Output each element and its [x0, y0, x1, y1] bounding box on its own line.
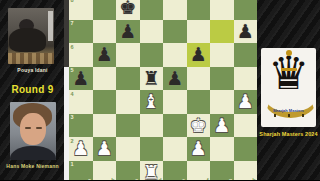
- square-b4: [93, 90, 117, 114]
- rank-label-1: 1: [71, 162, 74, 168]
- piece-white-pawn: ♟: [210, 114, 234, 138]
- rank-label-2: 2: [71, 139, 74, 145]
- rank-label-8: 8: [71, 0, 74, 3]
- square-a3: 3: [69, 114, 93, 138]
- square-e8: [163, 0, 187, 20]
- square-h4: ♟: [234, 90, 258, 114]
- file-label-d: d: [158, 178, 161, 181]
- square-e5: ♟: [163, 67, 187, 91]
- square-b1: b: [93, 161, 117, 181]
- player-photo-bottom: [10, 102, 56, 160]
- chess-board: 8♚7♟♟6♟♟5♟♜♟4♝♟3♚♟2♟♟♟1abcd♜efgh: [69, 0, 257, 180]
- square-a2: 2♟: [69, 137, 93, 161]
- photo-chessboard-blur: [8, 53, 54, 64]
- square-a7: 7: [69, 20, 93, 44]
- tournament-card: ♛ Sharjah Masters: [261, 48, 316, 127]
- piece-white-king: ♚: [187, 114, 211, 138]
- piece-black-pawn: ♟: [163, 67, 187, 91]
- piece-black-pawn: ♟: [234, 20, 258, 44]
- square-d5: ♜: [140, 67, 164, 91]
- photo-backdrop: [48, 11, 53, 41]
- piece-white-bishop: ♝: [140, 90, 164, 114]
- file-label-a: a: [88, 178, 91, 181]
- square-a5: 5♟: [69, 67, 93, 91]
- square-e3: [163, 114, 187, 138]
- square-h5: [234, 67, 258, 91]
- crescent-tick: [274, 114, 276, 117]
- file-label-g: g: [229, 178, 232, 181]
- crescent-tick: [288, 114, 290, 117]
- square-h3: [234, 114, 258, 138]
- square-d3: [140, 114, 164, 138]
- crown-ball-icon: [286, 50, 292, 56]
- square-g1: g: [210, 161, 234, 181]
- piece-white-pawn: ♟: [187, 137, 211, 161]
- square-h1: h: [234, 161, 258, 181]
- square-f2: ♟: [187, 137, 211, 161]
- square-h2: [234, 137, 258, 161]
- tournament-panel: ♛ Sharjah Masters Sharjah Masters 2024: [257, 0, 320, 180]
- square-a6: 6: [69, 43, 93, 67]
- player-shoulders: [10, 146, 56, 160]
- square-g3: ♟: [210, 114, 234, 138]
- player-name-bottom: Hans Moke Niemann: [0, 163, 65, 169]
- square-g2: [210, 137, 234, 161]
- square-c3: [116, 114, 140, 138]
- square-d1: d♜: [140, 161, 164, 181]
- file-label-h: h: [252, 178, 255, 181]
- square-a1: 1a: [69, 161, 93, 181]
- square-c1: c: [116, 161, 140, 181]
- square-f6: ♟: [187, 43, 211, 67]
- rank-label-5: 5: [71, 68, 74, 74]
- piece-black-pawn: ♟: [116, 20, 140, 44]
- piece-black-rook: ♜: [140, 67, 164, 91]
- square-b7: [93, 20, 117, 44]
- square-d6: [140, 43, 164, 67]
- piece-black-pawn: ♟: [93, 43, 117, 67]
- square-g6: [210, 43, 234, 67]
- square-f3: ♚: [187, 114, 211, 138]
- crescent-tick: [302, 114, 304, 117]
- square-e1: e: [163, 161, 187, 181]
- piece-white-pawn: ♟: [234, 90, 258, 114]
- event-label: Sharjah Masters 2024: [257, 131, 320, 137]
- round-label: Round 9: [0, 84, 65, 95]
- square-b6: ♟: [93, 43, 117, 67]
- rank-label-7: 7: [71, 21, 74, 27]
- square-c6: [116, 43, 140, 67]
- square-f4: [187, 90, 211, 114]
- player-face: [20, 113, 46, 145]
- logo-caption: Sharjah Masters: [261, 108, 316, 113]
- player-brow-left: [25, 127, 31, 129]
- square-h6: [234, 43, 258, 67]
- square-b5: [93, 67, 117, 91]
- square-d7: [140, 20, 164, 44]
- piece-black-pawn: ♟: [187, 43, 211, 67]
- square-b2: ♟: [93, 137, 117, 161]
- square-d2: [140, 137, 164, 161]
- player-photo-top: [8, 8, 54, 64]
- broadcast-thumbnail: Pouya Idani Round 9 Hans Moke Niemann 8♚…: [0, 0, 320, 180]
- square-g5: [210, 67, 234, 91]
- square-g4: [210, 90, 234, 114]
- square-a4: 4: [69, 90, 93, 114]
- square-f1: f: [187, 161, 211, 181]
- square-c7: ♟: [116, 20, 140, 44]
- player-name-top: Pouya Idani: [0, 67, 65, 73]
- square-b8: [93, 0, 117, 20]
- square-f5: [187, 67, 211, 91]
- square-b3: [93, 114, 117, 138]
- file-label-e: e: [182, 178, 185, 181]
- file-label-f: f: [207, 178, 209, 181]
- piece-black-king: ♚: [116, 0, 140, 20]
- square-e4: [163, 90, 187, 114]
- square-f8: [187, 0, 211, 20]
- file-label-b: b: [111, 178, 114, 181]
- square-d4: ♝: [140, 90, 164, 114]
- square-d8: [140, 0, 164, 20]
- square-e7: [163, 20, 187, 44]
- rank-label-3: 3: [71, 115, 74, 121]
- square-g7: [210, 20, 234, 44]
- piece-white-pawn: ♟: [93, 137, 117, 161]
- square-e2: [163, 137, 187, 161]
- file-label-c: c: [135, 178, 138, 181]
- player-brow-right: [36, 127, 42, 129]
- square-c2: [116, 137, 140, 161]
- square-h7: ♟: [234, 20, 258, 44]
- square-g8: [210, 0, 234, 20]
- queen-gold-band-icon: [281, 68, 297, 71]
- left-player-panel: Pouya Idani Round 9 Hans Moke Niemann: [0, 0, 65, 180]
- square-f7: [187, 20, 211, 44]
- rank-label-6: 6: [71, 45, 74, 51]
- player-silhouette-body: [9, 28, 46, 52]
- square-c8: ♚: [116, 0, 140, 20]
- square-a8: 8: [69, 0, 93, 20]
- square-h8: [234, 0, 258, 20]
- square-c5: [116, 67, 140, 91]
- square-e6: [163, 43, 187, 67]
- square-c4: [116, 90, 140, 114]
- rank-label-4: 4: [71, 92, 74, 98]
